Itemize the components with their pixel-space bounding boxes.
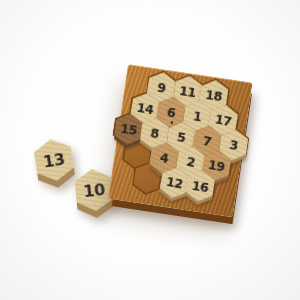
tile-number: 17 [214,111,233,129]
product-photo-stage: 13 10 9111814611715857342191216 [0,0,300,300]
tile-number: 5 [176,129,186,145]
tile-number: 10 [83,179,106,200]
loose-tile-13[interactable]: 13 [32,136,76,191]
tile-number: 16 [191,177,209,194]
tile-number: 6 [166,104,176,120]
hex-grid: 9111814611715857342191216 [108,64,253,217]
tile-number: 3 [228,136,238,152]
tile-number: 12 [165,173,184,191]
puzzle-board: 9111814611715857342191216 [108,64,253,217]
tile-number: 13 [42,149,66,171]
tile-number: 2 [185,153,196,169]
tile-number: 9 [156,79,167,95]
tile-16[interactable]: 16 [184,169,216,207]
tile-number: 1 [192,108,202,124]
tile-number: 4 [159,149,170,165]
tile-number: 15 [119,120,137,137]
tile-number: 8 [150,125,160,141]
tile-number: 7 [202,132,213,148]
